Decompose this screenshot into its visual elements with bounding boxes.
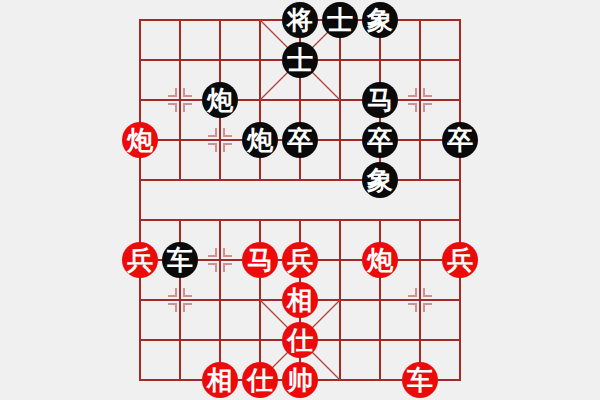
piece-black-horse[interactable]: 马 <box>362 82 398 118</box>
piece-layer: 将士象士炮马炮炮卒卒卒象兵车马兵炮兵相仕相仕帅车 <box>120 0 480 400</box>
piece-black-soldier[interactable]: 卒 <box>442 122 478 158</box>
piece-red-cannon[interactable]: 炮 <box>122 122 158 158</box>
piece-red-elephant[interactable]: 相 <box>282 282 318 318</box>
piece-red-elephant[interactable]: 相 <box>202 362 238 398</box>
piece-black-elephant[interactable]: 象 <box>362 162 398 198</box>
xiangqi-board: 将士象士炮马炮炮卒卒卒象兵车马兵炮兵相仕相仕帅车 <box>0 0 600 400</box>
piece-black-cannon[interactable]: 炮 <box>242 122 278 158</box>
piece-black-cannon[interactable]: 炮 <box>202 82 238 118</box>
piece-red-cannon[interactable]: 炮 <box>362 242 398 278</box>
piece-red-advisor[interactable]: 仕 <box>242 362 278 398</box>
piece-black-elephant[interactable]: 象 <box>362 2 398 38</box>
piece-red-chariot[interactable]: 车 <box>402 362 438 398</box>
piece-black-general[interactable]: 将 <box>282 2 318 38</box>
piece-red-soldier[interactable]: 兵 <box>442 242 478 278</box>
piece-black-soldier[interactable]: 卒 <box>362 122 398 158</box>
piece-red-soldier[interactable]: 兵 <box>282 242 318 278</box>
piece-black-advisor[interactable]: 士 <box>282 42 318 78</box>
piece-red-general[interactable]: 帅 <box>282 362 318 398</box>
piece-red-soldier[interactable]: 兵 <box>122 242 158 278</box>
piece-black-advisor[interactable]: 士 <box>322 2 358 38</box>
piece-black-chariot[interactable]: 车 <box>162 242 198 278</box>
piece-red-horse[interactable]: 马 <box>242 242 278 278</box>
piece-black-soldier[interactable]: 卒 <box>282 122 318 158</box>
piece-red-advisor[interactable]: 仕 <box>282 322 318 358</box>
